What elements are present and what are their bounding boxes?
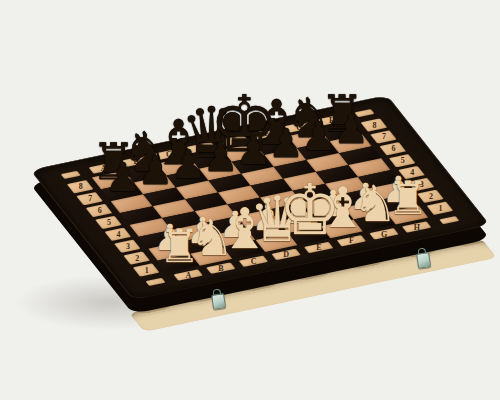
latch-clasp-right-icon	[416, 251, 429, 267]
rank-label-text: 8	[78, 182, 82, 191]
black-pawn-glyph: ♟	[137, 150, 173, 190]
square-h1[interactable]: ♜	[386, 206, 428, 225]
rank-label-text: 2	[428, 192, 432, 201]
rank-label-text: 7	[88, 194, 92, 203]
square-h7[interactable]: ♟	[330, 134, 372, 153]
black-pawn-glyph: ♟	[105, 157, 141, 197]
rank-label-text: 4	[116, 230, 120, 239]
corner-plate	[145, 278, 165, 286]
white-rook-glyph: ♜	[387, 175, 428, 221]
rank-label-text: 7	[381, 132, 385, 141]
black-pawn-glyph: ♟	[203, 137, 239, 177]
clasp-body-icon	[416, 252, 431, 269]
rank-label-text: 1	[438, 204, 442, 213]
latch-clasp-left-icon	[211, 292, 224, 308]
rank-label-text: 3	[125, 242, 129, 251]
rank-label-text: 2	[135, 254, 139, 263]
rank-label-text: 6	[97, 206, 101, 215]
black-pawn-glyph: ♟	[235, 130, 271, 170]
rank-label-text: 5	[106, 218, 110, 227]
black-pawn-glyph: ♟	[268, 123, 304, 163]
corner-plate	[61, 171, 81, 179]
rank-label-text: 8	[372, 121, 376, 130]
chess-set-scene: ABCDEFGH8♜♞♝♛♚♝♞♜87♟♟♟♟♟♟♟♟7665544332♟♟♟…	[0, 0, 500, 400]
rank-label-text: 1	[144, 265, 148, 274]
corner-plate	[439, 216, 459, 224]
black-pawn-glyph: ♟	[170, 143, 206, 183]
black-pawn-glyph: ♟	[301, 116, 337, 156]
black-pawn-glyph: ♟	[333, 109, 369, 149]
clasp-body-icon	[211, 293, 226, 310]
rank-label-text: 6	[391, 144, 395, 153]
rank-label-text: 5	[400, 156, 404, 165]
